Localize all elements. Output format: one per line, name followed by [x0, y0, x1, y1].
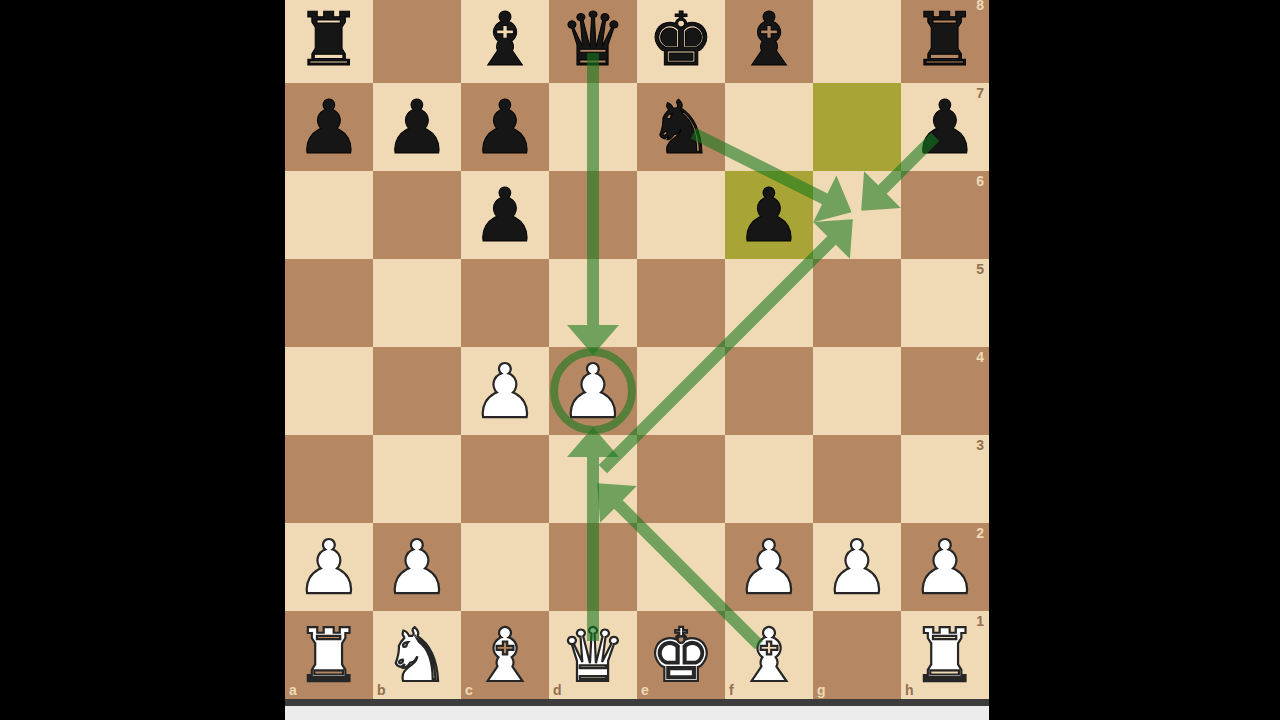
piece-white-rook[interactable]: ♜: [901, 611, 989, 699]
square-b5[interactable]: [373, 259, 461, 347]
square-h3[interactable]: 3: [901, 435, 989, 523]
piece-white-pawn[interactable]: ♟: [285, 523, 373, 611]
square-h2[interactable]: ♟2: [901, 523, 989, 611]
square-e8[interactable]: ♚: [637, 0, 725, 83]
coord-file-g: g: [817, 683, 826, 697]
letterbox-right: [989, 0, 1280, 720]
square-h8[interactable]: ♜8: [901, 0, 989, 83]
square-d6[interactable]: [549, 171, 637, 259]
square-f8[interactable]: ♝: [725, 0, 813, 83]
piece-black-pawn[interactable]: ♟: [373, 83, 461, 171]
square-b8[interactable]: [373, 0, 461, 83]
square-h4[interactable]: 4: [901, 347, 989, 435]
square-a8[interactable]: ♜: [285, 0, 373, 83]
square-h7[interactable]: ♟7: [901, 83, 989, 171]
square-e4[interactable]: [637, 347, 725, 435]
piece-white-queen[interactable]: ♛: [549, 611, 637, 699]
square-b6[interactable]: [373, 171, 461, 259]
chess-board: ♜♝♛♚♝♜8♟♟♟♞♟7♟♟65♟♟43♟♟♟♟♟2♜a♞b♝c♛d♚e♝fg…: [285, 0, 989, 699]
square-d5[interactable]: [549, 259, 637, 347]
square-e1[interactable]: ♚e: [637, 611, 725, 699]
square-g6[interactable]: [813, 171, 901, 259]
square-d2[interactable]: [549, 523, 637, 611]
square-c2[interactable]: [461, 523, 549, 611]
square-a3[interactable]: [285, 435, 373, 523]
square-d3[interactable]: [549, 435, 637, 523]
square-c4[interactable]: ♟: [461, 347, 549, 435]
square-h6[interactable]: 6: [901, 171, 989, 259]
square-a1[interactable]: ♜a: [285, 611, 373, 699]
square-b1[interactable]: ♞b: [373, 611, 461, 699]
piece-white-pawn[interactable]: ♟: [901, 523, 989, 611]
square-a7[interactable]: ♟: [285, 83, 373, 171]
square-d1[interactable]: ♛d: [549, 611, 637, 699]
piece-black-knight[interactable]: ♞: [637, 83, 725, 171]
square-g7[interactable]: [813, 83, 901, 171]
square-c3[interactable]: [461, 435, 549, 523]
piece-black-pawn[interactable]: ♟: [901, 83, 989, 171]
square-g1[interactable]: g: [813, 611, 901, 699]
square-e7[interactable]: ♞: [637, 83, 725, 171]
piece-white-rook[interactable]: ♜: [285, 611, 373, 699]
piece-white-bishop[interactable]: ♝: [725, 611, 813, 699]
square-b4[interactable]: [373, 347, 461, 435]
piece-black-rook[interactable]: ♜: [901, 0, 989, 83]
square-d4[interactable]: ♟: [549, 347, 637, 435]
square-a2[interactable]: ♟: [285, 523, 373, 611]
coord-rank-4: 4: [976, 350, 984, 364]
square-a6[interactable]: [285, 171, 373, 259]
piece-white-pawn[interactable]: ♟: [461, 347, 549, 435]
piece-white-pawn[interactable]: ♟: [549, 347, 637, 435]
square-h5[interactable]: 5: [901, 259, 989, 347]
square-d8[interactable]: ♛: [549, 0, 637, 83]
square-f7[interactable]: [725, 83, 813, 171]
piece-black-bishop[interactable]: ♝: [725, 0, 813, 83]
square-e5[interactable]: [637, 259, 725, 347]
square-e2[interactable]: [637, 523, 725, 611]
piece-white-pawn[interactable]: ♟: [373, 523, 461, 611]
square-b3[interactable]: [373, 435, 461, 523]
square-g2[interactable]: ♟: [813, 523, 901, 611]
square-b7[interactable]: ♟: [373, 83, 461, 171]
square-f5[interactable]: [725, 259, 813, 347]
piece-black-pawn[interactable]: ♟: [285, 83, 373, 171]
piece-white-bishop[interactable]: ♝: [461, 611, 549, 699]
coord-rank-5: 5: [976, 262, 984, 276]
piece-black-rook[interactable]: ♜: [285, 0, 373, 83]
square-g4[interactable]: [813, 347, 901, 435]
square-d7[interactable]: [549, 83, 637, 171]
coord-rank-3: 3: [976, 438, 984, 452]
piece-white-knight[interactable]: ♞: [373, 611, 461, 699]
piece-white-king[interactable]: ♚: [637, 611, 725, 699]
square-c5[interactable]: [461, 259, 549, 347]
square-g8[interactable]: [813, 0, 901, 83]
square-g3[interactable]: [813, 435, 901, 523]
square-c6[interactable]: ♟: [461, 171, 549, 259]
square-c7[interactable]: ♟: [461, 83, 549, 171]
bottom-strip: [285, 699, 989, 720]
piece-black-queen[interactable]: ♛: [549, 0, 637, 83]
square-c1[interactable]: ♝c: [461, 611, 549, 699]
square-a4[interactable]: [285, 347, 373, 435]
square-a5[interactable]: [285, 259, 373, 347]
square-b2[interactable]: ♟: [373, 523, 461, 611]
square-c8[interactable]: ♝: [461, 0, 549, 83]
square-e3[interactable]: [637, 435, 725, 523]
piece-black-pawn[interactable]: ♟: [461, 171, 549, 259]
square-f1[interactable]: ♝f: [725, 611, 813, 699]
square-h1[interactable]: ♜1h: [901, 611, 989, 699]
piece-black-pawn[interactable]: ♟: [725, 171, 813, 259]
piece-white-pawn[interactable]: ♟: [725, 523, 813, 611]
square-f6[interactable]: ♟: [725, 171, 813, 259]
board-squares: ♜♝♛♚♝♜8♟♟♟♞♟7♟♟65♟♟43♟♟♟♟♟2♜a♞b♝c♛d♚e♝fg…: [285, 0, 989, 699]
square-f3[interactable]: [725, 435, 813, 523]
square-f4[interactable]: [725, 347, 813, 435]
piece-black-bishop[interactable]: ♝: [461, 0, 549, 83]
coord-rank-6: 6: [976, 174, 984, 188]
square-f2[interactable]: ♟: [725, 523, 813, 611]
square-g5[interactable]: [813, 259, 901, 347]
letterbox-left: [0, 0, 285, 720]
piece-black-pawn[interactable]: ♟: [461, 83, 549, 171]
piece-white-pawn[interactable]: ♟: [813, 523, 901, 611]
square-e6[interactable]: [637, 171, 725, 259]
piece-black-king[interactable]: ♚: [637, 0, 725, 83]
